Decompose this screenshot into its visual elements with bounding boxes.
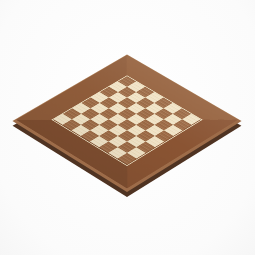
product-photo-background [0,0,255,255]
playing-field [51,75,202,166]
chess-board [12,54,241,192]
